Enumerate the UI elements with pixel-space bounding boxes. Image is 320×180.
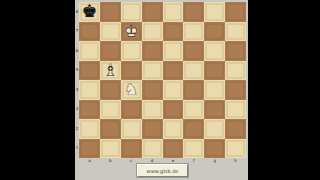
square-h3[interactable] [225, 100, 246, 120]
square-e4[interactable] [163, 80, 184, 100]
square-c3[interactable] [121, 100, 142, 120]
square-g2[interactable] [204, 119, 225, 139]
file-label-b: b [100, 158, 121, 164]
black-king-piece: ♚ [80, 2, 99, 21]
square-b1[interactable] [100, 139, 121, 159]
square-g5[interactable] [204, 61, 225, 81]
square-f2[interactable] [183, 119, 204, 139]
square-f8[interactable] [183, 2, 204, 22]
screen: 87654321 ♚♚♔♝♗♞♘ abcdefgh www.gtsk.de [0, 0, 320, 180]
square-e6[interactable] [163, 41, 184, 61]
watermark-button[interactable]: www.gtsk.de [137, 164, 188, 177]
square-g4[interactable] [204, 80, 225, 100]
square-h7[interactable] [225, 22, 246, 42]
square-d7[interactable] [142, 22, 163, 42]
square-d1[interactable] [142, 139, 163, 159]
square-e7[interactable] [163, 22, 184, 42]
square-b6[interactable] [100, 41, 121, 61]
square-b8[interactable] [100, 2, 121, 22]
square-a4[interactable] [79, 80, 100, 100]
square-h1[interactable] [225, 139, 246, 159]
square-e2[interactable] [163, 119, 184, 139]
square-h5[interactable] [225, 61, 246, 81]
square-d2[interactable] [142, 119, 163, 139]
square-g7[interactable] [204, 22, 225, 42]
square-d5[interactable] [142, 61, 163, 81]
square-e8[interactable] [163, 2, 184, 22]
chess-app-window: 87654321 ♚♚♔♝♗♞♘ abcdefgh www.gtsk.de [75, 0, 248, 180]
square-f7[interactable] [183, 22, 204, 42]
file-label-h: h [225, 158, 246, 164]
square-b3[interactable] [100, 100, 121, 120]
square-a6[interactable] [79, 41, 100, 61]
file-label-g: g [204, 158, 225, 164]
square-e5[interactable] [163, 61, 184, 81]
square-c7[interactable]: ♚♔ [121, 22, 142, 42]
piece-outline-layer: ♘ [122, 80, 141, 99]
square-c1[interactable] [121, 139, 142, 159]
square-a8[interactable]: ♚ [79, 2, 100, 22]
square-a7[interactable] [79, 22, 100, 42]
square-f5[interactable] [183, 61, 204, 81]
square-b7[interactable] [100, 22, 121, 42]
square-h6[interactable] [225, 41, 246, 61]
white-king-piece: ♚♔ [122, 22, 141, 41]
square-f6[interactable] [183, 41, 204, 61]
square-g1[interactable] [204, 139, 225, 159]
square-d6[interactable] [142, 41, 163, 61]
file-label-a: a [79, 158, 100, 164]
white-bishop-piece: ♝♗ [101, 61, 120, 80]
square-c5[interactable] [121, 61, 142, 81]
piece-outline-layer: ♗ [101, 61, 120, 80]
square-f3[interactable] [183, 100, 204, 120]
square-g3[interactable] [204, 100, 225, 120]
square-h8[interactable] [225, 2, 246, 22]
square-b2[interactable] [100, 119, 121, 139]
square-a1[interactable] [79, 139, 100, 159]
square-c4[interactable]: ♞♘ [121, 80, 142, 100]
square-f1[interactable] [183, 139, 204, 159]
square-g6[interactable] [204, 41, 225, 61]
piece-glyph: ♚ [80, 2, 99, 21]
square-b4[interactable] [100, 80, 121, 100]
square-d4[interactable] [142, 80, 163, 100]
square-a5[interactable] [79, 61, 100, 81]
square-c6[interactable] [121, 41, 142, 61]
square-a3[interactable] [79, 100, 100, 120]
white-knight-piece: ♞♘ [122, 80, 141, 99]
square-e3[interactable] [163, 100, 184, 120]
square-b5[interactable]: ♝♗ [100, 61, 121, 81]
square-c2[interactable] [121, 119, 142, 139]
piece-outline-layer: ♔ [122, 22, 141, 41]
square-d3[interactable] [142, 100, 163, 120]
square-f4[interactable] [183, 80, 204, 100]
square-a2[interactable] [79, 119, 100, 139]
square-h2[interactable] [225, 119, 246, 139]
square-h4[interactable] [225, 80, 246, 100]
square-e1[interactable] [163, 139, 184, 159]
square-c8[interactable] [121, 2, 142, 22]
square-d8[interactable] [142, 2, 163, 22]
chess-board: ♚♚♔♝♗♞♘ [79, 2, 246, 158]
square-g8[interactable] [204, 2, 225, 22]
